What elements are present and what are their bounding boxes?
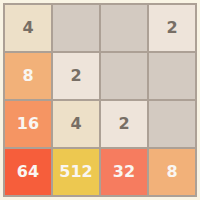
tile-r1c2 [53, 5, 99, 51]
tile-r2c3 [101, 53, 147, 99]
tile-r1c1: 4 [5, 5, 51, 51]
tile-r3c3: 2 [101, 101, 147, 147]
tile-r4c2: 512 [53, 149, 99, 195]
tile-r4c4: 8 [149, 149, 195, 195]
tile-r3c2: 4 [53, 101, 99, 147]
tile-r2c4 [149, 53, 195, 99]
tile-r4c3: 32 [101, 149, 147, 195]
tile-r1c4: 2 [149, 5, 195, 51]
game-board-2048[interactable]: 4 2 8 2 16 4 2 64 512 32 8 [3, 3, 197, 197]
tile-r2c2: 2 [53, 53, 99, 99]
tile-r3c1: 16 [5, 101, 51, 147]
tile-r3c4 [149, 101, 195, 147]
tile-r1c3 [101, 5, 147, 51]
tile-r4c1: 64 [5, 149, 51, 195]
tile-r2c1: 8 [5, 53, 51, 99]
page-background: 4 2 8 2 16 4 2 64 512 32 8 [0, 0, 200, 200]
